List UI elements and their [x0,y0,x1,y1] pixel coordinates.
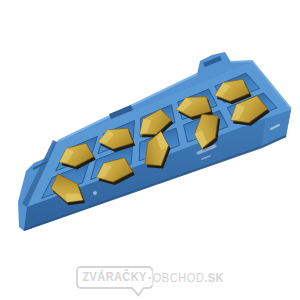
insert-box-illustration [0,0,300,300]
watermark-domain-text: OBCHOD [153,271,205,285]
watermark: ZVÁRAČKY - OBCHOD .SK [76,266,224,289]
watermark-separator: - [147,271,153,285]
watermark-bubble: ZVÁRAČKY [76,266,153,289]
watermark-tld-text: .SK [204,271,224,285]
product-photo [0,0,300,300]
